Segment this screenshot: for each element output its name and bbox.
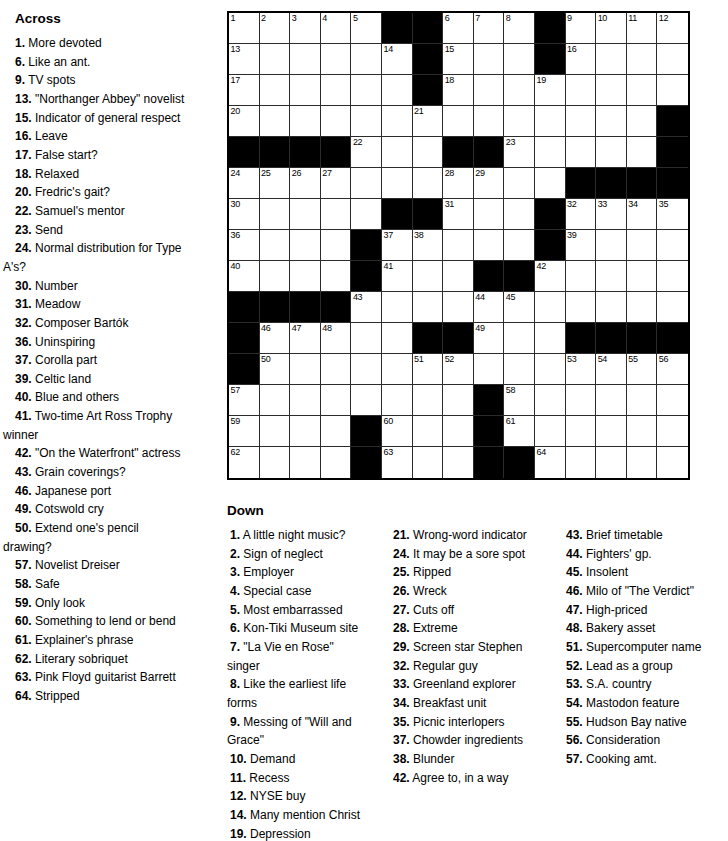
cell-r15-c15[interactable] — [657, 447, 688, 478]
cell-number: 50 — [261, 354, 270, 364]
clue-across-39: 39. Celtic land — [3, 370, 190, 389]
cell-r14-c15[interactable] — [657, 416, 688, 447]
cell-r4-c7[interactable]: 21 — [413, 106, 444, 137]
clue-down-28: 28. Extreme — [390, 619, 550, 638]
cell-r13-c14[interactable] — [627, 385, 658, 416]
cell-r12-c3[interactable] — [290, 354, 321, 385]
cell-r4-c13[interactable] — [596, 106, 627, 137]
cell-r6-c3[interactable]: 26 — [290, 168, 321, 199]
cell-r15-c2[interactable] — [260, 447, 291, 478]
cell-r9-c1[interactable]: 40 — [229, 261, 260, 292]
cell-number: 64 — [536, 447, 545, 457]
cell-r4-c12[interactable] — [566, 106, 597, 137]
clue-across-6: 6. Like an ant. — [3, 53, 190, 72]
black-cell-r10-c1 — [229, 292, 260, 323]
black-cell-r11-c12 — [566, 323, 597, 354]
cell-r9-c14[interactable] — [627, 261, 658, 292]
clue-down-37: 37. Chowder ingredients — [390, 731, 550, 750]
cell-r1-c10[interactable]: 8 — [504, 13, 535, 44]
cell-r12-c2[interactable]: 50 — [260, 354, 291, 385]
cell-r8-c3[interactable] — [290, 230, 321, 261]
cell-r12-c12[interactable]: 53 — [566, 354, 597, 385]
cell-r6-c10[interactable] — [504, 168, 535, 199]
cell-r2-c13[interactable] — [596, 44, 627, 75]
cell-r6-c4[interactable]: 27 — [321, 168, 352, 199]
cell-r15-c11[interactable]: 64 — [535, 447, 566, 478]
cell-r13-c6[interactable] — [382, 385, 413, 416]
cell-r10-c11[interactable] — [535, 292, 566, 323]
clue-across-23: 23. Send — [3, 221, 190, 240]
clue-across-60: 60. Something to lend or bend — [3, 612, 190, 631]
cell-number: 42 — [536, 261, 545, 271]
black-cell-r9-c9 — [474, 261, 505, 292]
cell-r14-c13[interactable] — [596, 416, 627, 447]
cell-r5-c12[interactable] — [566, 137, 597, 168]
cell-r10-c6[interactable] — [382, 292, 413, 323]
clue-down-3: 3. Employer — [227, 563, 365, 582]
cell-r10-c9[interactable]: 44 — [474, 292, 505, 323]
cell-r15-c14[interactable] — [627, 447, 658, 478]
cell-number: 19 — [536, 75, 545, 85]
black-cell-r2-c11 — [535, 44, 566, 75]
clue-down-47: 47. High-priced — [563, 601, 721, 620]
clue-down-6: 6. Kon-Tiki Museum site — [227, 619, 365, 638]
cell-r14-c14[interactable] — [627, 416, 658, 447]
cell-r2-c3[interactable] — [290, 44, 321, 75]
cell-number: 7 — [475, 13, 480, 23]
cell-r7-c14[interactable]: 34 — [627, 199, 658, 230]
cell-r1-c14[interactable]: 11 — [627, 13, 658, 44]
cell-r15-c3[interactable] — [290, 447, 321, 478]
cell-r6-c6[interactable] — [382, 168, 413, 199]
clue-across-36: 36. Uninspiring — [3, 333, 190, 352]
cell-r9-c2[interactable] — [260, 261, 291, 292]
cell-r13-c11[interactable] — [535, 385, 566, 416]
clue-down-5: 5. Most embarrassed — [227, 601, 365, 620]
black-cell-r8-c11 — [535, 230, 566, 261]
black-cell-r4-c15 — [657, 106, 688, 137]
cell-number: 22 — [353, 137, 362, 147]
black-cell-r11-c14 — [627, 323, 658, 354]
clue-across-30: 30. Number — [3, 277, 190, 296]
cell-number: 49 — [475, 323, 484, 333]
cell-number: 47 — [292, 323, 301, 333]
cell-r4-c11[interactable] — [535, 106, 566, 137]
cell-r2-c4[interactable] — [321, 44, 352, 75]
cell-r9-c6[interactable]: 41 — [382, 261, 413, 292]
cell-r6-c11[interactable] — [535, 168, 566, 199]
cell-r4-c5[interactable] — [351, 106, 382, 137]
cell-number: 55 — [628, 354, 637, 364]
cell-r10-c8[interactable] — [443, 292, 474, 323]
cell-number: 60 — [383, 416, 392, 426]
cell-r15-c7[interactable] — [413, 447, 444, 478]
cell-r15-c13[interactable] — [596, 447, 627, 478]
cell-r13-c7[interactable] — [413, 385, 444, 416]
cell-r14-c6[interactable]: 60 — [382, 416, 413, 447]
clue-down-7: 7. "La Vie en Rose" singer — [227, 638, 365, 675]
cell-r3-c14[interactable] — [627, 75, 658, 106]
down-column-2: 21. Wrong-word indicator24. It may be a … — [390, 526, 563, 787]
cell-r1-c9[interactable]: 7 — [474, 13, 505, 44]
cell-r8-c14[interactable] — [627, 230, 658, 261]
cell-number: 43 — [353, 292, 362, 302]
cell-number: 40 — [231, 261, 240, 271]
cell-r1-c2[interactable]: 2 — [260, 13, 291, 44]
clue-across-61: 61. Explainer's phrase — [3, 631, 190, 650]
cell-r5-c13[interactable] — [596, 137, 627, 168]
cell-r13-c3[interactable] — [290, 385, 321, 416]
cell-r4-c2[interactable] — [260, 106, 291, 137]
cell-number: 12 — [659, 13, 668, 23]
cell-r9-c4[interactable] — [321, 261, 352, 292]
clue-down-57: 57. Cooking amt. — [563, 750, 721, 769]
down-clue-columns: 1. A little night music?2. Sign of negle… — [227, 526, 725, 841]
cell-r10-c14[interactable] — [627, 292, 658, 323]
clue-across-16: 16. Leave — [3, 127, 190, 146]
clue-across-63: 63. Pink Floyd guitarist Barrett — [3, 668, 190, 687]
cell-r14-c2[interactable] — [260, 416, 291, 447]
cell-r5-c5[interactable]: 22 — [351, 137, 382, 168]
clue-down-10: 10. Demand — [227, 750, 365, 769]
cell-number: 32 — [567, 199, 576, 209]
cell-r15-c6[interactable]: 63 — [382, 447, 413, 478]
cell-r13-c1[interactable]: 57 — [229, 385, 260, 416]
cell-r12-c10[interactable] — [504, 354, 535, 385]
cell-r10-c12[interactable] — [566, 292, 597, 323]
cell-r15-c1[interactable]: 62 — [229, 447, 260, 478]
cell-r4-c10[interactable] — [504, 106, 535, 137]
cell-r6-c2[interactable]: 25 — [260, 168, 291, 199]
cell-number: 41 — [383, 261, 392, 271]
cell-r9-c7[interactable] — [413, 261, 444, 292]
cell-r7-c12[interactable]: 32 — [566, 199, 597, 230]
cell-number: 6 — [445, 13, 450, 23]
cell-r7-c1[interactable]: 30 — [229, 199, 260, 230]
cell-r3-c11[interactable]: 19 — [535, 75, 566, 106]
cell-r5-c6[interactable] — [382, 137, 413, 168]
cell-r4-c6[interactable] — [382, 106, 413, 137]
cell-r9-c12[interactable] — [566, 261, 597, 292]
cell-r12-c7[interactable]: 51 — [413, 354, 444, 385]
cell-r11-c4[interactable]: 48 — [321, 323, 352, 354]
clue-across-37: 37. Corolla part — [3, 351, 190, 370]
cell-r2-c14[interactable] — [627, 44, 658, 75]
cell-r12-c6[interactable] — [382, 354, 413, 385]
clue-down-43: 43. Brief timetable — [563, 526, 721, 545]
cell-number: 1 — [231, 13, 236, 23]
black-cell-r10-c2 — [260, 292, 291, 323]
cell-r2-c15[interactable] — [657, 44, 688, 75]
cell-r14-c8[interactable] — [443, 416, 474, 447]
clue-down-45: 45. Insolent — [563, 563, 721, 582]
clue-down-48: 48. Bakery asset — [563, 619, 721, 638]
cell-r14-c1[interactable]: 59 — [229, 416, 260, 447]
clue-across-32: 32. Composer Bartók — [3, 314, 190, 333]
cell-r7-c13[interactable]: 33 — [596, 199, 627, 230]
black-cell-r14-c9 — [474, 416, 505, 447]
cell-r7-c4[interactable] — [321, 199, 352, 230]
cell-r3-c8[interactable]: 18 — [443, 75, 474, 106]
clue-down-55: 55. Hudson Bay native — [563, 713, 721, 732]
cell-number: 62 — [231, 447, 240, 457]
cell-r14-c3[interactable] — [290, 416, 321, 447]
black-cell-r1-c6 — [382, 13, 413, 44]
clue-down-44: 44. Fighters' gp. — [563, 545, 721, 564]
cell-number: 33 — [598, 199, 607, 209]
cell-r13-c13[interactable] — [596, 385, 627, 416]
cell-r1-c3[interactable]: 3 — [290, 13, 321, 44]
clue-across-62: 62. Literary sobriquet — [3, 650, 190, 669]
cell-r12-c5[interactable] — [351, 354, 382, 385]
cell-r3-c9[interactable] — [474, 75, 505, 106]
crossword-grid[interactable]: 1234567891011121314151617181920212223242… — [227, 11, 690, 480]
cell-r9-c13[interactable] — [596, 261, 627, 292]
cell-r3-c5[interactable] — [351, 75, 382, 106]
cell-r11-c10[interactable] — [504, 323, 535, 354]
cell-r1-c4[interactable]: 4 — [321, 13, 352, 44]
clue-across-57: 57. Novelist Dreiser — [3, 556, 190, 575]
black-cell-r6-c15 — [657, 168, 688, 199]
cell-number: 61 — [506, 416, 515, 426]
clue-down-54: 54. Mastodon feature — [563, 694, 721, 713]
clue-down-56: 56. Consideration — [563, 731, 721, 750]
cell-r8-c15[interactable] — [657, 230, 688, 261]
across-clue-list: 1. More devoted6. Like an ant.9. TV spot… — [3, 34, 190, 706]
cell-r8-c1[interactable]: 36 — [229, 230, 260, 261]
black-cell-r5-c15 — [657, 137, 688, 168]
cell-r7-c3[interactable] — [290, 199, 321, 230]
cell-r14-c10[interactable]: 61 — [504, 416, 535, 447]
cell-number: 56 — [659, 354, 668, 364]
cell-r8-c12[interactable]: 39 — [566, 230, 597, 261]
cell-number: 35 — [659, 199, 668, 209]
black-cell-r5-c2 — [260, 137, 291, 168]
clue-down-42: 42. Agree to, in a way — [390, 769, 550, 788]
black-cell-r2-c7 — [413, 44, 444, 75]
cell-r2-c12[interactable]: 16 — [566, 44, 597, 75]
cell-r12-c13[interactable]: 54 — [596, 354, 627, 385]
cell-r10-c15[interactable] — [657, 292, 688, 323]
down-column-3: 43. Brief timetable44. Fighters' gp.45. … — [563, 526, 725, 769]
clue-down-11: 11. Recess — [227, 769, 365, 788]
clue-down-14: 14. Many mention Christ — [227, 806, 365, 825]
cell-r4-c9[interactable] — [474, 106, 505, 137]
cell-r1-c15[interactable]: 12 — [657, 13, 688, 44]
black-cell-r7-c11 — [535, 199, 566, 230]
cell-r13-c4[interactable] — [321, 385, 352, 416]
clue-down-46: 46. Milo of "The Verdict" — [563, 582, 721, 601]
cell-r12-c15[interactable]: 56 — [657, 354, 688, 385]
cell-r5-c14[interactable] — [627, 137, 658, 168]
cell-r7-c2[interactable] — [260, 199, 291, 230]
cell-r1-c1[interactable]: 1 — [229, 13, 260, 44]
cell-r4-c1[interactable]: 20 — [229, 106, 260, 137]
cell-r7-c5[interactable] — [351, 199, 382, 230]
cell-r14-c7[interactable] — [413, 416, 444, 447]
cell-r3-c10[interactable] — [504, 75, 535, 106]
cell-number: 44 — [475, 292, 484, 302]
cell-r9-c8[interactable] — [443, 261, 474, 292]
cell-r1-c8[interactable]: 6 — [443, 13, 474, 44]
cell-r9-c15[interactable] — [657, 261, 688, 292]
cell-r6-c5[interactable] — [351, 168, 382, 199]
cell-r1-c13[interactable]: 10 — [596, 13, 627, 44]
black-cell-r11-c13 — [596, 323, 627, 354]
cell-r1-c12[interactable]: 9 — [566, 13, 597, 44]
cell-r13-c2[interactable] — [260, 385, 291, 416]
cell-r12-c14[interactable]: 55 — [627, 354, 658, 385]
cell-r8-c9[interactable] — [474, 230, 505, 261]
cell-r11-c11[interactable] — [535, 323, 566, 354]
cell-r11-c9[interactable]: 49 — [474, 323, 505, 354]
cell-r11-c2[interactable]: 46 — [260, 323, 291, 354]
cell-number: 21 — [414, 106, 423, 116]
cell-r4-c8[interactable] — [443, 106, 474, 137]
clue-across-42: 42. "On the Waterfront" actress — [3, 444, 190, 463]
cell-r3-c12[interactable] — [566, 75, 597, 106]
cell-r3-c1[interactable]: 17 — [229, 75, 260, 106]
black-cell-r7-c6 — [382, 199, 413, 230]
cell-r6-c9[interactable]: 29 — [474, 168, 505, 199]
cell-r3-c2[interactable] — [260, 75, 291, 106]
cell-r10-c13[interactable] — [596, 292, 627, 323]
cell-r3-c4[interactable] — [321, 75, 352, 106]
black-cell-r15-c10 — [504, 447, 535, 478]
cell-r7-c9[interactable] — [474, 199, 505, 230]
black-cell-r5-c1 — [229, 137, 260, 168]
black-cell-r1-c11 — [535, 13, 566, 44]
cell-r5-c10[interactable]: 23 — [504, 137, 535, 168]
cell-r7-c8[interactable]: 31 — [443, 199, 474, 230]
cell-number: 57 — [231, 385, 240, 395]
cell-r11-c6[interactable] — [382, 323, 413, 354]
clue-across-64: 64. Stripped — [3, 687, 190, 706]
across-header: Across — [15, 10, 190, 27]
clue-across-24: 24. Normal distribution for Type A's? — [3, 239, 190, 276]
cell-r11-c3[interactable]: 47 — [290, 323, 321, 354]
cell-r12-c11[interactable] — [535, 354, 566, 385]
cell-r2-c6[interactable]: 14 — [382, 44, 413, 75]
cell-number: 18 — [445, 75, 454, 85]
cell-r8-c13[interactable] — [596, 230, 627, 261]
cell-r10-c7[interactable] — [413, 292, 444, 323]
cell-r11-c5[interactable] — [351, 323, 382, 354]
cell-r13-c10[interactable]: 58 — [504, 385, 535, 416]
cell-r2-c1[interactable]: 13 — [229, 44, 260, 75]
black-cell-r5-c3 — [290, 137, 321, 168]
cell-number: 38 — [414, 230, 423, 240]
cell-r7-c15[interactable]: 35 — [657, 199, 688, 230]
cell-r15-c8[interactable] — [443, 447, 474, 478]
cell-r14-c4[interactable] — [321, 416, 352, 447]
cell-r13-c5[interactable] — [351, 385, 382, 416]
cell-r15-c4[interactable] — [321, 447, 352, 478]
clue-down-51: 51. Supercomputer name — [563, 638, 721, 657]
black-cell-r11-c7 — [413, 323, 444, 354]
cell-r10-c5[interactable]: 43 — [351, 292, 382, 323]
cell-number: 28 — [445, 168, 454, 178]
cell-r3-c6[interactable] — [382, 75, 413, 106]
cell-r2-c5[interactable] — [351, 44, 382, 75]
cell-number: 58 — [506, 385, 515, 395]
clue-across-58: 58. Safe — [3, 575, 190, 594]
cell-r7-c10[interactable] — [504, 199, 535, 230]
cell-r8-c4[interactable] — [321, 230, 352, 261]
cell-number: 36 — [231, 230, 240, 240]
cell-r3-c15[interactable] — [657, 75, 688, 106]
cell-r9-c3[interactable] — [290, 261, 321, 292]
cell-r5-c11[interactable] — [535, 137, 566, 168]
cell-r4-c14[interactable] — [627, 106, 658, 137]
black-cell-r6-c13 — [596, 168, 627, 199]
clue-across-18: 18. Relaxed — [3, 165, 190, 184]
clue-down-12: 12. NYSE buy — [227, 787, 365, 806]
clue-down-34: 34. Breakfast unit — [390, 694, 550, 713]
cell-r9-c11[interactable]: 42 — [535, 261, 566, 292]
cell-number: 15 — [445, 44, 454, 54]
black-cell-r12-c1 — [229, 354, 260, 385]
clue-down-26: 26. Wreck — [390, 582, 550, 601]
clue-down-25: 25. Ripped — [390, 563, 550, 582]
cell-number: 20 — [231, 106, 240, 116]
cell-r2-c8[interactable]: 15 — [443, 44, 474, 75]
cell-number: 5 — [353, 13, 358, 23]
cell-r12-c9[interactable] — [474, 354, 505, 385]
cell-r12-c4[interactable] — [321, 354, 352, 385]
cell-r8-c2[interactable] — [260, 230, 291, 261]
cell-number: 63 — [383, 447, 392, 457]
cell-r14-c12[interactable] — [566, 416, 597, 447]
clue-across-31: 31. Meadow — [3, 295, 190, 314]
cell-r4-c3[interactable] — [290, 106, 321, 137]
black-cell-r8-c5 — [351, 230, 382, 261]
cell-number: 8 — [506, 13, 511, 23]
cell-r15-c12[interactable] — [566, 447, 597, 478]
cell-r2-c9[interactable] — [474, 44, 505, 75]
cell-r6-c1[interactable]: 24 — [229, 168, 260, 199]
cell-r8-c8[interactable] — [443, 230, 474, 261]
cell-r8-c7[interactable]: 38 — [413, 230, 444, 261]
cell-r13-c12[interactable] — [566, 385, 597, 416]
cell-r12-c8[interactable]: 52 — [443, 354, 474, 385]
cell-r10-c10[interactable]: 45 — [504, 292, 535, 323]
cell-number: 10 — [598, 13, 607, 23]
cell-r3-c13[interactable] — [596, 75, 627, 106]
down-header: Down — [227, 502, 725, 519]
cell-r2-c2[interactable] — [260, 44, 291, 75]
cell-r13-c15[interactable] — [657, 385, 688, 416]
black-cell-r10-c3 — [290, 292, 321, 323]
cell-r6-c7[interactable] — [413, 168, 444, 199]
cell-r14-c11[interactable] — [535, 416, 566, 447]
cell-number: 52 — [445, 354, 454, 364]
cell-r6-c8[interactable]: 28 — [443, 168, 474, 199]
cell-r13-c8[interactable] — [443, 385, 474, 416]
clue-across-40: 40. Blue and others — [3, 388, 190, 407]
cell-r2-c10[interactable] — [504, 44, 535, 75]
cell-r5-c7[interactable] — [413, 137, 444, 168]
cell-r8-c6[interactable]: 37 — [382, 230, 413, 261]
clue-across-46: 46. Japanese port — [3, 482, 190, 501]
cell-r8-c10[interactable] — [504, 230, 535, 261]
cell-r4-c4[interactable] — [321, 106, 352, 137]
black-cell-r6-c14 — [627, 168, 658, 199]
clue-down-52: 52. Lead as a group — [563, 657, 721, 676]
cell-r3-c3[interactable] — [290, 75, 321, 106]
cell-r1-c5[interactable]: 5 — [351, 13, 382, 44]
cell-number: 37 — [383, 230, 392, 240]
